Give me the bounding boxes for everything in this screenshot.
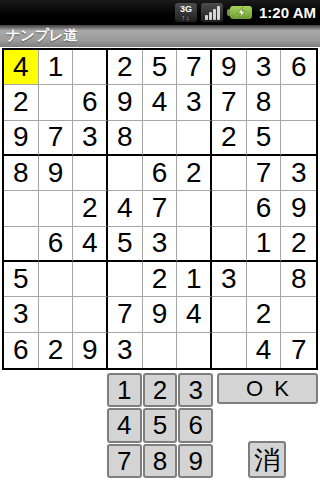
erase-button[interactable]: 消 [248,441,286,478]
cell-r2c3[interactable]: 6 [73,85,108,120]
cell-r9c5[interactable] [143,333,178,368]
cell-r1c8[interactable]: 3 [247,50,282,85]
sudoku-board: 4125793626943789738258962732476964531252… [2,48,318,370]
cell-r1c2[interactable]: 1 [39,50,74,85]
cell-r1c9[interactable]: 6 [281,50,316,85]
cell-r7c8[interactable] [247,262,282,297]
battery-charging-icon [227,6,252,19]
cell-r8c3[interactable] [73,297,108,332]
cell-r5c2[interactable] [39,191,74,226]
cell-r3c1[interactable]: 9 [4,121,39,156]
cell-r4c3[interactable] [73,156,108,191]
cell-r4c8[interactable]: 7 [247,156,282,191]
cell-r4c7[interactable] [212,156,247,191]
key-9[interactable]: 9 [178,444,213,478]
lightning-bolt-icon [237,7,246,18]
cell-r3c6[interactable] [177,121,212,156]
cell-r8c6[interactable]: 4 [177,297,212,332]
network-type-label: 3G [180,4,192,14]
cell-r3c4[interactable]: 8 [108,121,143,156]
cell-r8c9[interactable] [281,297,316,332]
cell-r5c7[interactable] [212,191,247,226]
cell-r4c9[interactable]: 3 [281,156,316,191]
cell-r6c6[interactable] [177,227,212,262]
cell-r9c4[interactable]: 3 [108,333,143,368]
key-5[interactable]: 5 [143,408,178,442]
cell-r6c7[interactable] [212,227,247,262]
cell-r1c7[interactable]: 9 [212,50,247,85]
cell-r8c5[interactable]: 9 [143,297,178,332]
cell-r1c6[interactable]: 7 [177,50,212,85]
cell-r4c4[interactable] [108,156,143,191]
status-time: 1:20 AM [259,4,316,21]
cell-r6c9[interactable]: 2 [281,227,316,262]
cell-r9c3[interactable]: 9 [73,333,108,368]
cell-r4c6[interactable]: 2 [177,156,212,191]
cell-r1c3[interactable] [73,50,108,85]
cell-r8c4[interactable]: 7 [108,297,143,332]
mobile-3g-icon: 3G ↑↓ [175,3,197,22]
key-4[interactable]: 4 [107,408,142,442]
cell-r2c9[interactable] [281,85,316,120]
cell-r7c6[interactable]: 1 [177,262,212,297]
cell-r2c4[interactable]: 9 [108,85,143,120]
signal-strength-icon [201,3,223,22]
cell-r5c4[interactable]: 4 [108,191,143,226]
cell-r9c9[interactable]: 7 [281,333,316,368]
cell-r8c1[interactable]: 3 [4,297,39,332]
key-6[interactable]: 6 [178,408,213,442]
cell-r2c8[interactable]: 8 [247,85,282,120]
cell-r2c1[interactable]: 2 [4,85,39,120]
ok-button[interactable]: OK [217,373,318,404]
cell-r7c9[interactable]: 8 [281,262,316,297]
cell-r2c7[interactable]: 7 [212,85,247,120]
key-8[interactable]: 8 [143,444,178,478]
cell-r5c3[interactable]: 2 [73,191,108,226]
title-bar: ナンプレ道 [0,25,320,47]
cell-r7c1[interactable]: 5 [4,262,39,297]
cell-r6c8[interactable]: 1 [247,227,282,262]
cell-r5c5[interactable]: 7 [143,191,178,226]
cell-r7c7[interactable]: 3 [212,262,247,297]
cell-r1c1[interactable]: 4 [4,50,39,85]
cell-r2c6[interactable]: 3 [177,85,212,120]
cell-r8c7[interactable] [212,297,247,332]
cell-r3c9[interactable] [281,121,316,156]
cell-r7c3[interactable] [73,262,108,297]
cell-r9c6[interactable] [177,333,212,368]
cell-r1c4[interactable]: 2 [108,50,143,85]
key-7[interactable]: 7 [107,444,142,478]
cell-r8c2[interactable] [39,297,74,332]
status-bar: 3G ↑↓ 1:20 AM [0,0,320,25]
cell-r5c6[interactable] [177,191,212,226]
cell-r5c8[interactable]: 6 [247,191,282,226]
data-arrows-icon: ↑↓ [182,14,191,21]
cell-r5c1[interactable] [4,191,39,226]
cell-r6c4[interactable]: 5 [108,227,143,262]
cell-r3c8[interactable]: 5 [247,121,282,156]
cell-r3c2[interactable]: 7 [39,121,74,156]
key-3[interactable]: 3 [178,373,213,407]
number-pad: 123456789 [107,373,213,478]
cell-r7c2[interactable] [39,262,74,297]
cell-r4c2[interactable]: 9 [39,156,74,191]
cell-r4c1[interactable]: 8 [4,156,39,191]
cell-r3c5[interactable] [143,121,178,156]
app-title: ナンプレ道 [6,27,77,45]
key-1[interactable]: 1 [107,373,142,407]
cell-r7c4[interactable] [108,262,143,297]
cell-r1c5[interactable]: 5 [143,50,178,85]
cell-r9c2[interactable]: 2 [39,333,74,368]
cell-r7c5[interactable]: 2 [143,262,178,297]
cell-r5c9[interactable]: 9 [281,191,316,226]
cell-r6c2[interactable]: 6 [39,227,74,262]
cell-r6c3[interactable]: 4 [73,227,108,262]
phone-screen: 3G ↑↓ 1:20 AM ナンプレ道 41257936269437897382… [0,0,320,480]
cell-r8c8[interactable]: 2 [247,297,282,332]
cell-r9c8[interactable]: 4 [247,333,282,368]
cell-r2c2[interactable] [39,85,74,120]
cell-r9c7[interactable] [212,333,247,368]
cell-r6c5[interactable]: 3 [143,227,178,262]
cell-r4c5[interactable]: 6 [143,156,178,191]
cell-r6c1[interactable] [4,227,39,262]
cell-r3c7[interactable]: 2 [212,121,247,156]
cell-r9c1[interactable]: 6 [4,333,39,368]
key-2[interactable]: 2 [143,373,178,407]
cell-r3c3[interactable]: 3 [73,121,108,156]
cell-r2c5[interactable]: 4 [143,85,178,120]
